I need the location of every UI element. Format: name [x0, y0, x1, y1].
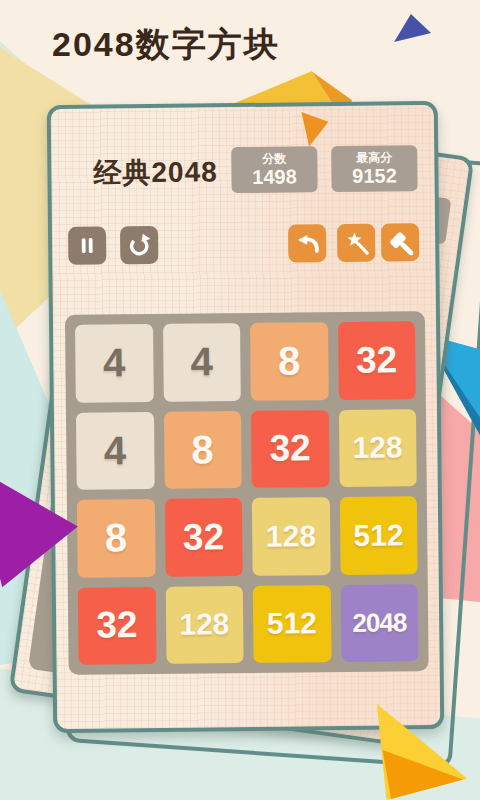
tile-4: 4	[76, 411, 154, 489]
tile-32: 32	[78, 586, 156, 664]
pause-icon	[75, 234, 99, 258]
magic-wand-button[interactable]	[337, 224, 375, 262]
score-box: 分数 1498	[231, 146, 317, 193]
blue-triangle	[392, 12, 434, 44]
tile-8: 8	[163, 411, 241, 489]
restart-icon	[126, 232, 152, 258]
magic-wand-icon	[343, 230, 369, 256]
hammer-icon	[387, 229, 413, 255]
tile-8: 8	[77, 499, 155, 577]
tile-32: 32	[251, 410, 329, 488]
undo-button[interactable]	[288, 224, 326, 262]
tile-128: 128	[252, 497, 330, 575]
best-value: 9152	[352, 164, 397, 186]
tile-2048: 2048	[340, 584, 418, 662]
score-label: 分数	[262, 152, 286, 166]
restart-button[interactable]	[120, 226, 158, 264]
board[interactable]: 448324832128832128512321285122048	[65, 311, 429, 675]
tile-4: 4	[75, 324, 153, 402]
game-card: 经典2048 分数 1498 最高分 9152	[47, 101, 445, 733]
tile-512: 512	[253, 585, 331, 663]
tile-8: 8	[250, 322, 328, 400]
score-value: 1498	[252, 165, 297, 187]
pause-button[interactable]	[68, 226, 106, 264]
best-score-box: 最高分 9152	[331, 145, 417, 192]
mode-title: 经典2048	[93, 153, 218, 192]
tile-32: 32	[164, 498, 242, 576]
tile-128: 128	[165, 586, 243, 664]
hammer-button[interactable]	[381, 223, 419, 261]
undo-icon	[294, 230, 320, 256]
tile-512: 512	[339, 496, 417, 574]
best-label: 最高分	[356, 150, 392, 164]
tile-128: 128	[338, 409, 416, 487]
screen: 经典2048 分数 1498 最高分 9152	[0, 0, 480, 800]
tile-4: 4	[163, 323, 241, 401]
tile-32: 32	[338, 321, 416, 399]
app-title: 2048数字方块	[52, 22, 280, 68]
